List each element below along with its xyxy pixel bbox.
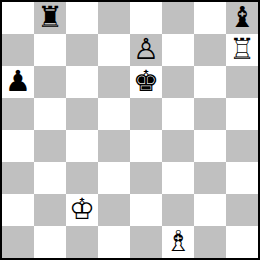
square-a2[interactable] <box>2 194 34 226</box>
square-h6[interactable] <box>226 66 258 98</box>
square-b5[interactable] <box>34 98 66 130</box>
square-f5[interactable] <box>162 98 194 130</box>
square-e2[interactable] <box>130 194 162 226</box>
square-a6[interactable]: ♟ <box>2 66 34 98</box>
square-a5[interactable] <box>2 98 34 130</box>
square-b4[interactable] <box>34 130 66 162</box>
square-c5[interactable] <box>66 98 98 130</box>
square-g7[interactable] <box>194 34 226 66</box>
square-c6[interactable] <box>66 66 98 98</box>
square-e7[interactable]: ♙ <box>130 34 162 66</box>
square-f1[interactable]: ♗ <box>162 226 194 258</box>
square-g2[interactable] <box>194 194 226 226</box>
piece-white-rook[interactable]: ♖ <box>229 34 255 65</box>
piece-black-king[interactable]: ♚ <box>133 66 159 97</box>
square-h4[interactable] <box>226 130 258 162</box>
square-a1[interactable] <box>2 226 34 258</box>
square-d8[interactable] <box>98 2 130 34</box>
piece-white-pawn[interactable]: ♙ <box>133 34 159 65</box>
piece-black-bishop[interactable]: ♝ <box>229 2 255 33</box>
square-e1[interactable] <box>130 226 162 258</box>
square-b1[interactable] <box>34 226 66 258</box>
square-g4[interactable] <box>194 130 226 162</box>
square-c1[interactable] <box>66 226 98 258</box>
square-b8[interactable]: ♜ <box>34 2 66 34</box>
square-d1[interactable] <box>98 226 130 258</box>
square-c8[interactable] <box>66 2 98 34</box>
square-a7[interactable] <box>2 34 34 66</box>
square-h8[interactable]: ♝ <box>226 2 258 34</box>
square-f6[interactable] <box>162 66 194 98</box>
square-b2[interactable] <box>34 194 66 226</box>
square-b7[interactable] <box>34 34 66 66</box>
square-d2[interactable] <box>98 194 130 226</box>
square-d5[interactable] <box>98 98 130 130</box>
chess-board: ♜♝♙♖♟♚♔♗ <box>0 0 260 260</box>
piece-white-bishop[interactable]: ♗ <box>165 226 191 257</box>
square-e3[interactable] <box>130 162 162 194</box>
square-f4[interactable] <box>162 130 194 162</box>
square-d3[interactable] <box>98 162 130 194</box>
square-g3[interactable] <box>194 162 226 194</box>
square-e5[interactable] <box>130 98 162 130</box>
square-e4[interactable] <box>130 130 162 162</box>
square-b6[interactable] <box>34 66 66 98</box>
piece-black-rook[interactable]: ♜ <box>37 2 63 33</box>
square-d4[interactable] <box>98 130 130 162</box>
square-f7[interactable] <box>162 34 194 66</box>
square-g6[interactable] <box>194 66 226 98</box>
square-h3[interactable] <box>226 162 258 194</box>
square-c3[interactable] <box>66 162 98 194</box>
square-h7[interactable]: ♖ <box>226 34 258 66</box>
square-h5[interactable] <box>226 98 258 130</box>
square-f8[interactable] <box>162 2 194 34</box>
square-c7[interactable] <box>66 34 98 66</box>
square-a4[interactable] <box>2 130 34 162</box>
square-h1[interactable] <box>226 226 258 258</box>
square-e6[interactable]: ♚ <box>130 66 162 98</box>
square-h2[interactable] <box>226 194 258 226</box>
chess-diagram: ♜♝♙♖♟♚♔♗ <box>0 0 260 260</box>
square-c4[interactable] <box>66 130 98 162</box>
square-f2[interactable] <box>162 194 194 226</box>
piece-white-king[interactable]: ♔ <box>69 194 95 225</box>
square-f3[interactable] <box>162 162 194 194</box>
square-a8[interactable] <box>2 2 34 34</box>
square-c2[interactable]: ♔ <box>66 194 98 226</box>
square-g8[interactable] <box>194 2 226 34</box>
square-b3[interactable] <box>34 162 66 194</box>
square-a3[interactable] <box>2 162 34 194</box>
square-g5[interactable] <box>194 98 226 130</box>
piece-black-pawn[interactable]: ♟ <box>5 66 31 97</box>
square-d7[interactable] <box>98 34 130 66</box>
square-g1[interactable] <box>194 226 226 258</box>
square-d6[interactable] <box>98 66 130 98</box>
square-e8[interactable] <box>130 2 162 34</box>
